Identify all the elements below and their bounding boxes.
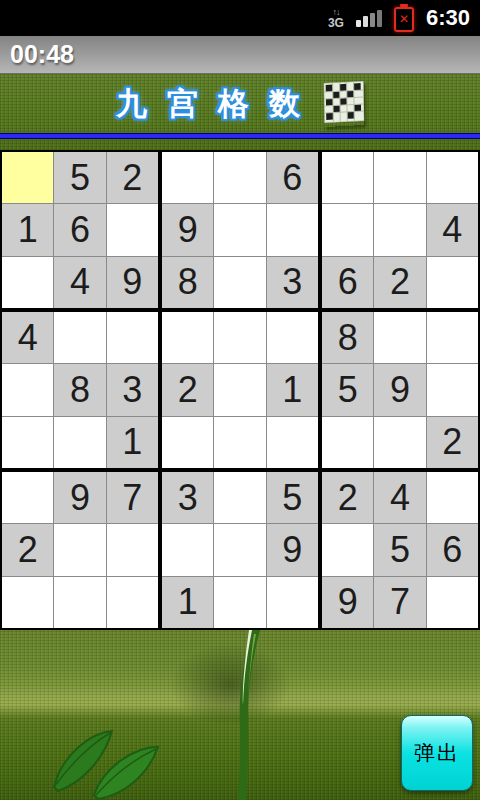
leaves-icon	[42, 725, 202, 800]
cell-r3c1[interactable]	[2, 257, 53, 308]
cell-r7c7[interactable]: 2	[322, 472, 373, 523]
cell-r5c3[interactable]: 3	[107, 364, 158, 415]
cell-r8c3[interactable]	[107, 524, 158, 575]
network-label: 3G	[328, 17, 344, 29]
title-header: 九 宫 格 数	[0, 74, 480, 150]
cell-r1c7[interactable]	[322, 152, 373, 203]
cell-r4c4[interactable]	[162, 312, 213, 363]
cell-r5c7[interactable]: 5	[322, 364, 373, 415]
cell-r3c6[interactable]: 3	[267, 257, 318, 308]
title-char-2: 宫	[167, 83, 198, 125]
cell-r6c6[interactable]	[267, 417, 318, 468]
cell-r2c9[interactable]: 4	[427, 204, 478, 255]
cell-r8c9[interactable]: 6	[427, 524, 478, 575]
cell-r9c3[interactable]	[107, 577, 158, 628]
box-2: 6983	[162, 152, 318, 308]
cell-r4c8[interactable]	[374, 312, 425, 363]
cell-r6c8[interactable]	[374, 417, 425, 468]
cell-r5c4[interactable]: 2	[162, 364, 213, 415]
cell-r3c4[interactable]: 8	[162, 257, 213, 308]
cell-r5c6[interactable]: 1	[267, 364, 318, 415]
cell-r1c6[interactable]: 6	[267, 152, 318, 203]
cell-r4c5[interactable]	[214, 312, 265, 363]
cell-r6c2[interactable]	[54, 417, 105, 468]
box-3: 462	[322, 152, 478, 308]
cell-r8c1[interactable]: 2	[2, 524, 53, 575]
cell-r6c9[interactable]: 2	[427, 417, 478, 468]
cell-r7c1[interactable]	[2, 472, 53, 523]
cell-r2c6[interactable]	[267, 204, 318, 255]
cell-r9c7[interactable]: 9	[322, 577, 373, 628]
cell-r9c5[interactable]	[214, 577, 265, 628]
title-char-4: 数	[269, 83, 300, 125]
box-1: 521649	[2, 152, 158, 308]
cell-r8c8[interactable]: 5	[374, 524, 425, 575]
cell-r2c3[interactable]	[107, 204, 158, 255]
cell-r3c5[interactable]	[214, 257, 265, 308]
popup-button[interactable]: 弹出	[401, 715, 473, 791]
cell-r3c3[interactable]: 9	[107, 257, 158, 308]
box-6: 8592	[322, 312, 478, 468]
battery-x-glyph: ✕	[399, 13, 409, 25]
cell-r7c8[interactable]: 4	[374, 472, 425, 523]
cell-r1c9[interactable]	[427, 152, 478, 203]
network-3g-icon: ↑↓ 3G	[328, 8, 344, 29]
cell-r4c1[interactable]: 4	[2, 312, 53, 363]
cell-r2c1[interactable]: 1	[2, 204, 53, 255]
cell-r9c9[interactable]	[427, 577, 478, 628]
status-clock: 6:30	[426, 5, 470, 31]
cell-r8c4[interactable]	[162, 524, 213, 575]
cell-r1c8[interactable]	[374, 152, 425, 203]
box-4: 4831	[2, 312, 158, 468]
elapsed-timer: 00:48	[10, 40, 74, 69]
cell-r7c9[interactable]	[427, 472, 478, 523]
title-char-1: 九	[116, 83, 147, 125]
cell-r7c4[interactable]: 3	[162, 472, 213, 523]
cell-r9c6[interactable]	[267, 577, 318, 628]
cell-r4c6[interactable]	[267, 312, 318, 363]
signal-strength-icon	[356, 9, 382, 27]
cell-r8c2[interactable]	[54, 524, 105, 575]
cell-r5c2[interactable]: 8	[54, 364, 105, 415]
app-screen: ↑↓ 3G ✕ 6:30 00:48 九 宫 格 数	[0, 0, 480, 800]
cell-r3c9[interactable]	[427, 257, 478, 308]
cell-r7c6[interactable]: 5	[267, 472, 318, 523]
cell-r2c4[interactable]: 9	[162, 204, 213, 255]
cell-r6c7[interactable]	[322, 417, 373, 468]
cell-r6c4[interactable]	[162, 417, 213, 468]
app-title: 九 宫 格 数	[0, 80, 480, 128]
cell-r4c3[interactable]	[107, 312, 158, 363]
title-char-3: 格	[218, 83, 249, 125]
cell-r4c2[interactable]	[54, 312, 105, 363]
status-bar: ↑↓ 3G ✕ 6:30	[0, 0, 480, 36]
cell-r4c7[interactable]: 8	[322, 312, 373, 363]
header-divider	[0, 133, 480, 139]
cell-r3c8[interactable]: 2	[374, 257, 425, 308]
cell-r9c2[interactable]	[54, 577, 105, 628]
cell-r9c1[interactable]	[2, 577, 53, 628]
cell-r2c2[interactable]: 6	[54, 204, 105, 255]
cell-r5c1[interactable]	[2, 364, 53, 415]
sudoku-board: 521649698346248312185929723591245697	[0, 150, 480, 630]
footer-background: 弹出	[0, 630, 480, 800]
cell-r6c3[interactable]: 1	[107, 417, 158, 468]
timer-bar: 00:48	[0, 36, 480, 74]
cell-r8c7[interactable]	[322, 524, 373, 575]
cell-r9c8[interactable]: 7	[374, 577, 425, 628]
cell-r6c1[interactable]	[2, 417, 53, 468]
box-8: 3591	[162, 472, 318, 628]
cell-r7c2[interactable]: 9	[54, 472, 105, 523]
cell-r2c7[interactable]	[322, 204, 373, 255]
cell-r1c2[interactable]: 5	[54, 152, 105, 203]
box-9: 245697	[322, 472, 478, 628]
box-5: 21	[162, 312, 318, 468]
cell-r1c3[interactable]: 2	[107, 152, 158, 203]
popup-button-label: 弹出	[414, 739, 460, 767]
cell-r1c4[interactable]	[162, 152, 213, 203]
cell-r6c5[interactable]	[214, 417, 265, 468]
battery-alert-icon: ✕	[394, 7, 414, 32]
box-7: 972	[2, 472, 158, 628]
cell-r1c1[interactable]	[2, 152, 53, 203]
cell-r2c5[interactable]	[214, 204, 265, 255]
cell-r7c3[interactable]: 7	[107, 472, 158, 523]
cell-r8c6[interactable]: 9	[267, 524, 318, 575]
puzzle-grid-icon	[324, 81, 365, 127]
cell-r5c8[interactable]: 9	[374, 364, 425, 415]
cell-r8c5[interactable]	[214, 524, 265, 575]
cell-r9c4[interactable]: 1	[162, 577, 213, 628]
cell-r5c9[interactable]	[427, 364, 478, 415]
cell-r3c7[interactable]: 6	[322, 257, 373, 308]
cell-r7c5[interactable]	[214, 472, 265, 523]
cell-r2c8[interactable]	[374, 204, 425, 255]
cell-r3c2[interactable]: 4	[54, 257, 105, 308]
cell-r4c9[interactable]	[427, 312, 478, 363]
cell-r1c5[interactable]	[214, 152, 265, 203]
plant-stem-icon	[222, 630, 262, 800]
cell-r5c5[interactable]	[214, 364, 265, 415]
